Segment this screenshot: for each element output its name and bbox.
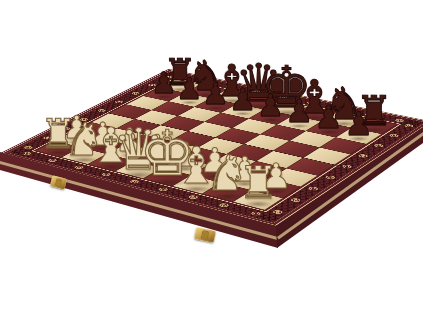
brass-clasp-icon xyxy=(194,227,216,243)
brass-clasp-icon xyxy=(50,175,67,189)
chess-set-photo: ♜♞♝♛♚♝♞♜♟♟♟♟♟♟♟♟♟♟♟♟♟♟♟♟♜♞♝♛♚♝♞♜ xyxy=(0,0,423,318)
board-squares xyxy=(36,79,397,210)
chess-board xyxy=(0,69,423,227)
